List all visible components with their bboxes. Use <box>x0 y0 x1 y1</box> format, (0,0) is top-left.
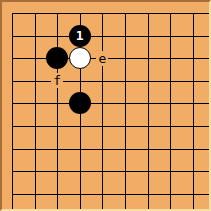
board-intersection <box>159 69 182 92</box>
board-intersection <box>1 137 24 160</box>
board-intersection <box>46 92 69 115</box>
board-intersection <box>159 24 182 47</box>
board-intersection <box>23 47 46 70</box>
board-intersection <box>68 115 91 138</box>
board-intersection <box>181 137 204 160</box>
board-intersection <box>181 24 204 47</box>
board-intersection <box>46 182 69 205</box>
board-intersection <box>91 2 114 25</box>
board-intersection <box>1 24 24 47</box>
board-intersection <box>46 137 69 160</box>
board-intersection <box>136 115 159 138</box>
board-intersection <box>1 182 24 205</box>
board-intersection <box>23 137 46 160</box>
board-intersection <box>1 47 24 70</box>
board-intersection <box>114 92 137 115</box>
black-stone <box>69 92 91 114</box>
board-intersection <box>136 160 159 183</box>
board-intersection <box>136 69 159 92</box>
board-intersection <box>181 2 204 25</box>
board-intersection <box>23 115 46 138</box>
board-intersection <box>46 115 69 138</box>
board-intersection <box>68 160 91 183</box>
go-board: 1ef <box>0 0 211 211</box>
board-intersection <box>68 137 91 160</box>
white-stone <box>69 47 91 69</box>
board-intersection <box>23 69 46 92</box>
board-intersection <box>181 115 204 138</box>
board-intersection <box>114 182 137 205</box>
move-number-label: 1 <box>76 29 84 42</box>
board-intersection <box>114 47 137 70</box>
board-intersection <box>114 2 137 25</box>
board-intersection: e <box>91 47 114 70</box>
board-intersection <box>46 160 69 183</box>
board-intersection <box>91 182 114 205</box>
board-intersection <box>136 24 159 47</box>
board-intersection <box>23 92 46 115</box>
board-intersection <box>181 182 204 205</box>
board-intersection <box>91 24 114 47</box>
board-intersection <box>114 115 137 138</box>
board-intersection <box>68 182 91 205</box>
board-intersection <box>159 137 182 160</box>
board-intersection <box>114 24 137 47</box>
board-intersection <box>1 115 24 138</box>
board-intersection <box>91 92 114 115</box>
board-intersection <box>91 115 114 138</box>
black-stone: 1 <box>69 25 91 47</box>
board-intersection <box>23 182 46 205</box>
board-intersection: f <box>46 69 69 92</box>
point-label: e <box>96 51 108 66</box>
board-intersection <box>114 137 137 160</box>
board-intersection <box>159 115 182 138</box>
board-intersection <box>1 160 24 183</box>
board-intersection <box>23 24 46 47</box>
board-intersection <box>91 69 114 92</box>
board-intersection <box>91 137 114 160</box>
board-intersection <box>46 2 69 25</box>
board-intersection <box>91 160 114 183</box>
board-intersection <box>68 92 91 115</box>
board-intersection <box>136 2 159 25</box>
board-intersection <box>46 24 69 47</box>
board-intersection <box>159 160 182 183</box>
board-intersection <box>114 69 137 92</box>
board-intersection <box>159 2 182 25</box>
board-intersection <box>114 160 137 183</box>
board-intersection <box>1 92 24 115</box>
board-intersections: 1ef <box>1 2 204 205</box>
point-label: f <box>51 73 63 88</box>
board-intersection <box>159 47 182 70</box>
board-intersection <box>23 160 46 183</box>
board-intersection <box>136 137 159 160</box>
board-intersection <box>136 47 159 70</box>
board-intersection <box>136 182 159 205</box>
board-intersection <box>23 2 46 25</box>
board-intersection <box>181 47 204 70</box>
board-intersection <box>46 47 69 70</box>
board-intersection <box>68 47 91 70</box>
board-intersection <box>1 2 24 25</box>
board-intersection: 1 <box>68 24 91 47</box>
board-intersection <box>68 2 91 25</box>
board-intersection <box>159 182 182 205</box>
board-intersection <box>181 92 204 115</box>
board-intersection <box>136 92 159 115</box>
board-intersection <box>159 92 182 115</box>
board-intersection <box>181 160 204 183</box>
board-intersection <box>1 69 24 92</box>
black-stone <box>46 47 68 69</box>
board-intersection <box>181 69 204 92</box>
board-intersection <box>68 69 91 92</box>
